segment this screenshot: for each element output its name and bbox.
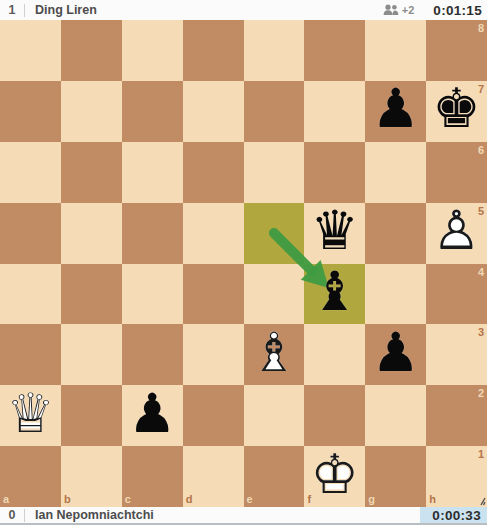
square-b5[interactable] bbox=[61, 203, 122, 264]
square-a2[interactable]: ♛♕ bbox=[0, 385, 61, 446]
separator bbox=[24, 4, 25, 17]
square-e4[interactable] bbox=[244, 264, 305, 325]
piece-black-king-h7[interactable]: ♚ bbox=[426, 81, 487, 142]
square-g3[interactable]: ♟ bbox=[365, 324, 426, 385]
square-c5[interactable] bbox=[122, 203, 183, 264]
square-g7[interactable]: ♟ bbox=[365, 81, 426, 142]
square-b8[interactable] bbox=[61, 20, 122, 81]
square-a6[interactable] bbox=[0, 142, 61, 203]
coord-rank-8: 8 bbox=[478, 22, 484, 34]
piece-white-pawn-h5[interactable]: ♟♙ bbox=[426, 203, 487, 264]
coord-rank-3: 3 bbox=[478, 326, 484, 338]
square-a8[interactable] bbox=[0, 20, 61, 81]
square-h4[interactable]: 4 bbox=[426, 264, 487, 325]
piece-black-bishop-f4[interactable]: ♝ bbox=[304, 264, 365, 325]
square-a3[interactable] bbox=[0, 324, 61, 385]
bottom-player-clock: 0:00:33 bbox=[420, 507, 487, 523]
square-b4[interactable] bbox=[61, 264, 122, 325]
square-f5[interactable]: ♛ bbox=[304, 203, 365, 264]
coord-file-b: b bbox=[64, 493, 71, 505]
square-g5[interactable] bbox=[365, 203, 426, 264]
piece-white-king-f1[interactable]: ♚♔ bbox=[304, 446, 365, 507]
square-e8[interactable] bbox=[244, 20, 305, 81]
piece-black-pawn-g7[interactable]: ♟ bbox=[365, 81, 426, 142]
square-c1[interactable]: c bbox=[122, 446, 183, 507]
square-b1[interactable]: b bbox=[61, 446, 122, 507]
square-b3[interactable] bbox=[61, 324, 122, 385]
square-e6[interactable] bbox=[244, 142, 305, 203]
separator bbox=[24, 509, 25, 522]
square-g1[interactable]: g bbox=[365, 446, 426, 507]
square-a5[interactable] bbox=[0, 203, 61, 264]
square-g4[interactable] bbox=[365, 264, 426, 325]
square-h7[interactable]: ♚7 bbox=[426, 81, 487, 142]
square-e7[interactable] bbox=[244, 81, 305, 142]
square-c3[interactable] bbox=[122, 324, 183, 385]
square-e1[interactable]: e bbox=[244, 446, 305, 507]
spectators-count: +2 bbox=[402, 4, 415, 16]
bottom-player-bar: 0 Ian Nepomniachtchi 0:00:33 bbox=[0, 507, 487, 525]
bottom-player-score: 0 bbox=[0, 508, 24, 522]
top-player-clock: 0:01:15 bbox=[428, 0, 487, 20]
square-g8[interactable] bbox=[365, 20, 426, 81]
square-d6[interactable] bbox=[183, 142, 244, 203]
square-g2[interactable] bbox=[365, 385, 426, 446]
top-player-name: Ding Liren bbox=[35, 3, 97, 17]
piece-black-queen-f5[interactable]: ♛ bbox=[304, 203, 365, 264]
top-player-score: 1 bbox=[0, 3, 24, 17]
square-e3[interactable]: ♝♗ bbox=[244, 324, 305, 385]
square-f1[interactable]: ♚♔f bbox=[304, 446, 365, 507]
square-d4[interactable] bbox=[183, 264, 244, 325]
coord-file-d: d bbox=[186, 493, 193, 505]
square-f2[interactable] bbox=[304, 385, 365, 446]
piece-black-pawn-g3[interactable]: ♟ bbox=[365, 324, 426, 385]
square-a4[interactable] bbox=[0, 264, 61, 325]
square-b7[interactable] bbox=[61, 81, 122, 142]
square-e5[interactable] bbox=[244, 203, 305, 264]
square-f8[interactable] bbox=[304, 20, 365, 81]
square-h3[interactable]: 3 bbox=[426, 324, 487, 385]
piece-black-pawn-c2[interactable]: ♟ bbox=[122, 385, 183, 446]
square-d3[interactable] bbox=[183, 324, 244, 385]
square-h2[interactable]: 2 bbox=[426, 385, 487, 446]
coord-file-a: a bbox=[3, 493, 9, 505]
coord-rank-1: 1 bbox=[478, 448, 484, 460]
coord-file-g: g bbox=[368, 493, 375, 505]
square-d8[interactable] bbox=[183, 20, 244, 81]
square-d1[interactable]: d bbox=[183, 446, 244, 507]
square-f7[interactable] bbox=[304, 81, 365, 142]
coord-rank-2: 2 bbox=[478, 387, 484, 399]
chess-board: 8♟♚76♛♟♙5♝4♝♗♟3♛♕♟2abcde♚♔fgh1 bbox=[0, 20, 487, 507]
piece-white-bishop-e3[interactable]: ♝♗ bbox=[244, 324, 305, 385]
coord-file-c: c bbox=[125, 493, 131, 505]
coord-file-h: h bbox=[429, 493, 436, 505]
square-c7[interactable] bbox=[122, 81, 183, 142]
square-h8[interactable]: 8 bbox=[426, 20, 487, 81]
top-player-bar: 1 Ding Liren +2 0:01:15 bbox=[0, 0, 487, 20]
square-g6[interactable] bbox=[365, 142, 426, 203]
square-a7[interactable] bbox=[0, 81, 61, 142]
square-d2[interactable] bbox=[183, 385, 244, 446]
coord-rank-6: 6 bbox=[478, 144, 484, 156]
bottom-player-name: Ian Nepomniachtchi bbox=[35, 508, 154, 522]
square-b2[interactable] bbox=[61, 385, 122, 446]
square-f6[interactable] bbox=[304, 142, 365, 203]
coord-file-e: e bbox=[247, 493, 253, 505]
square-c2[interactable]: ♟ bbox=[122, 385, 183, 446]
square-c6[interactable] bbox=[122, 142, 183, 203]
spectators-icon bbox=[383, 4, 399, 16]
square-h6[interactable]: 6 bbox=[426, 142, 487, 203]
square-c8[interactable] bbox=[122, 20, 183, 81]
resize-handle[interactable] bbox=[475, 495, 486, 506]
coord-rank-4: 4 bbox=[478, 266, 484, 278]
square-c4[interactable] bbox=[122, 264, 183, 325]
square-h5[interactable]: ♟♙5 bbox=[426, 203, 487, 264]
square-b6[interactable] bbox=[61, 142, 122, 203]
square-d7[interactable] bbox=[183, 81, 244, 142]
game-window: 1 Ding Liren +2 0:01:15 8♟♚76♛♟♙5♝4♝♗♟3♛… bbox=[0, 0, 487, 525]
square-a1[interactable]: a bbox=[0, 446, 61, 507]
square-e2[interactable] bbox=[244, 385, 305, 446]
square-d5[interactable] bbox=[183, 203, 244, 264]
square-f3[interactable] bbox=[304, 324, 365, 385]
piece-white-queen-a2[interactable]: ♛♕ bbox=[0, 385, 61, 446]
square-f4[interactable]: ♝ bbox=[304, 264, 365, 325]
